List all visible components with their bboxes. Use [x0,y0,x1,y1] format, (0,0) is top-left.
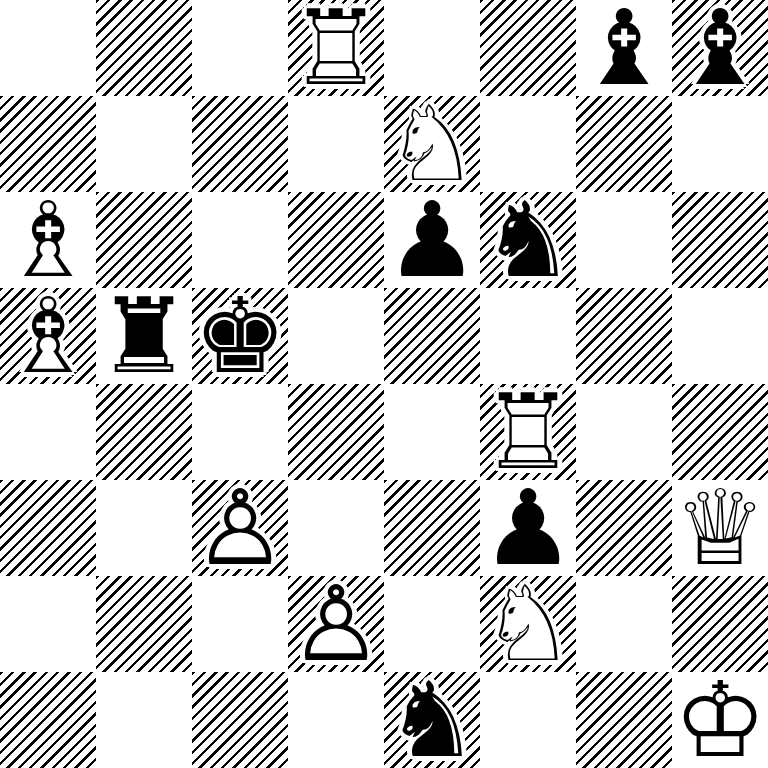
piece-glyph: ♜ [96,288,192,384]
square-e3[interactable] [384,480,480,576]
piece-white-knight-e7[interactable]: ♞♘ [384,96,480,192]
piece-white-rook-d8[interactable]: ♜♖ [288,0,384,96]
square-b6[interactable] [96,192,192,288]
square-c6[interactable] [192,192,288,288]
square-a7[interactable] [0,96,96,192]
piece-white-rook-f4[interactable]: ♜♖ [480,384,576,480]
square-f7[interactable] [480,96,576,192]
square-h7[interactable] [672,96,768,192]
piece-glyph: ♞ [384,672,480,768]
piece-black-bishop-h8[interactable]: ♝♝ [672,0,768,96]
square-a4[interactable] [0,384,96,480]
square-g5[interactable] [576,288,672,384]
piece-glyph: ♙ [288,576,384,672]
piece-glyph: ♖ [480,384,576,480]
piece-black-bishop-g8[interactable]: ♝♝ [576,0,672,96]
piece-halo: ♞ [480,576,576,672]
square-a5[interactable]: ♝♗ [0,288,96,384]
square-e6[interactable]: ♟♟ [384,192,480,288]
square-e2[interactable] [384,576,480,672]
piece-glyph: ♝ [576,0,672,96]
square-a1[interactable] [0,672,96,768]
square-g2[interactable] [576,576,672,672]
piece-halo: ♟ [480,480,576,576]
square-d7[interactable] [288,96,384,192]
square-b5[interactable]: ♜♜ [96,288,192,384]
square-g6[interactable] [576,192,672,288]
piece-glyph: ♘ [480,576,576,672]
square-e7[interactable]: ♞♘ [384,96,480,192]
piece-black-knight-e1[interactable]: ♞♞ [384,672,480,768]
square-f1[interactable] [480,672,576,768]
piece-black-knight-f6[interactable]: ♞♞ [480,192,576,288]
square-e8[interactable] [384,0,480,96]
square-b3[interactable] [96,480,192,576]
piece-halo: ♞ [384,96,480,192]
square-b4[interactable] [96,384,192,480]
piece-black-rook-b5[interactable]: ♜♜ [96,288,192,384]
piece-halo: ♝ [0,288,96,384]
square-a8[interactable] [0,0,96,96]
square-a6[interactable]: ♝♗ [0,192,96,288]
square-g7[interactable] [576,96,672,192]
piece-halo: ♞ [384,672,480,768]
square-h4[interactable] [672,384,768,480]
square-f6[interactable]: ♞♞ [480,192,576,288]
square-b2[interactable] [96,576,192,672]
square-h3[interactable]: ♛♕ [672,480,768,576]
square-a2[interactable] [0,576,96,672]
square-h5[interactable] [672,288,768,384]
square-h1[interactable]: ♚♔ [672,672,768,768]
square-h2[interactable] [672,576,768,672]
square-e4[interactable] [384,384,480,480]
square-e5[interactable] [384,288,480,384]
piece-white-pawn-c3[interactable]: ♟♙ [192,480,288,576]
piece-halo: ♟ [192,480,288,576]
piece-halo: ♜ [96,288,192,384]
piece-glyph: ♝ [672,0,768,96]
square-g3[interactable] [576,480,672,576]
square-d3[interactable] [288,480,384,576]
piece-white-knight-f2[interactable]: ♞♘ [480,576,576,672]
square-c7[interactable] [192,96,288,192]
piece-halo: ♚ [672,672,768,768]
piece-white-bishop-a6[interactable]: ♝♗ [0,192,96,288]
square-c1[interactable] [192,672,288,768]
piece-halo: ♛ [672,480,768,576]
piece-halo: ♝ [576,0,672,96]
piece-glyph: ♟ [384,192,480,288]
square-b7[interactable] [96,96,192,192]
piece-halo: ♜ [288,0,384,96]
piece-glyph: ♕ [672,480,768,576]
piece-halo: ♜ [480,384,576,480]
piece-halo: ♝ [672,0,768,96]
piece-halo: ♞ [480,192,576,288]
piece-glyph: ♔ [672,672,768,768]
square-d5[interactable] [288,288,384,384]
chess-board: ♜♖♝♝♝♝♞♘♝♗♟♟♞♞♝♗♜♜♚♚♜♖♟♙♟♟♛♕♟♙♞♘♞♞♚♔ [0,0,768,768]
piece-glyph: ♟ [480,480,576,576]
piece-glyph: ♖ [288,0,384,96]
square-f5[interactable] [480,288,576,384]
piece-white-queen-h3[interactable]: ♛♕ [672,480,768,576]
piece-white-pawn-d2[interactable]: ♟♙ [288,576,384,672]
piece-halo: ♟ [384,192,480,288]
piece-white-king-h1[interactable]: ♚♔ [672,672,768,768]
square-c5[interactable]: ♚♚ [192,288,288,384]
piece-black-pawn-f3[interactable]: ♟♟ [480,480,576,576]
piece-halo: ♟ [288,576,384,672]
piece-black-king-c5[interactable]: ♚♚ [192,288,288,384]
square-h6[interactable] [672,192,768,288]
piece-glyph: ♗ [0,192,96,288]
square-f3[interactable]: ♟♟ [480,480,576,576]
piece-halo: ♝ [0,192,96,288]
square-c2[interactable] [192,576,288,672]
square-f4[interactable]: ♜♖ [480,384,576,480]
piece-glyph: ♚ [192,288,288,384]
square-d6[interactable] [288,192,384,288]
square-a3[interactable] [0,480,96,576]
piece-halo: ♚ [192,288,288,384]
square-d4[interactable] [288,384,384,480]
square-f2[interactable]: ♞♘ [480,576,576,672]
piece-glyph: ♞ [480,192,576,288]
square-c8[interactable] [192,0,288,96]
square-f8[interactable] [480,0,576,96]
square-c3[interactable]: ♟♙ [192,480,288,576]
piece-black-pawn-e6[interactable]: ♟♟ [384,192,480,288]
square-e1[interactable]: ♞♞ [384,672,480,768]
square-d1[interactable] [288,672,384,768]
piece-glyph: ♗ [0,288,96,384]
square-g4[interactable] [576,384,672,480]
piece-glyph: ♘ [384,96,480,192]
square-g1[interactable] [576,672,672,768]
square-d2[interactable]: ♟♙ [288,576,384,672]
square-h8[interactable]: ♝♝ [672,0,768,96]
piece-glyph: ♙ [192,480,288,576]
piece-white-bishop-a5[interactable]: ♝♗ [0,288,96,384]
square-b1[interactable] [96,672,192,768]
square-b8[interactable] [96,0,192,96]
square-c4[interactable] [192,384,288,480]
square-g8[interactable]: ♝♝ [576,0,672,96]
square-d8[interactable]: ♜♖ [288,0,384,96]
